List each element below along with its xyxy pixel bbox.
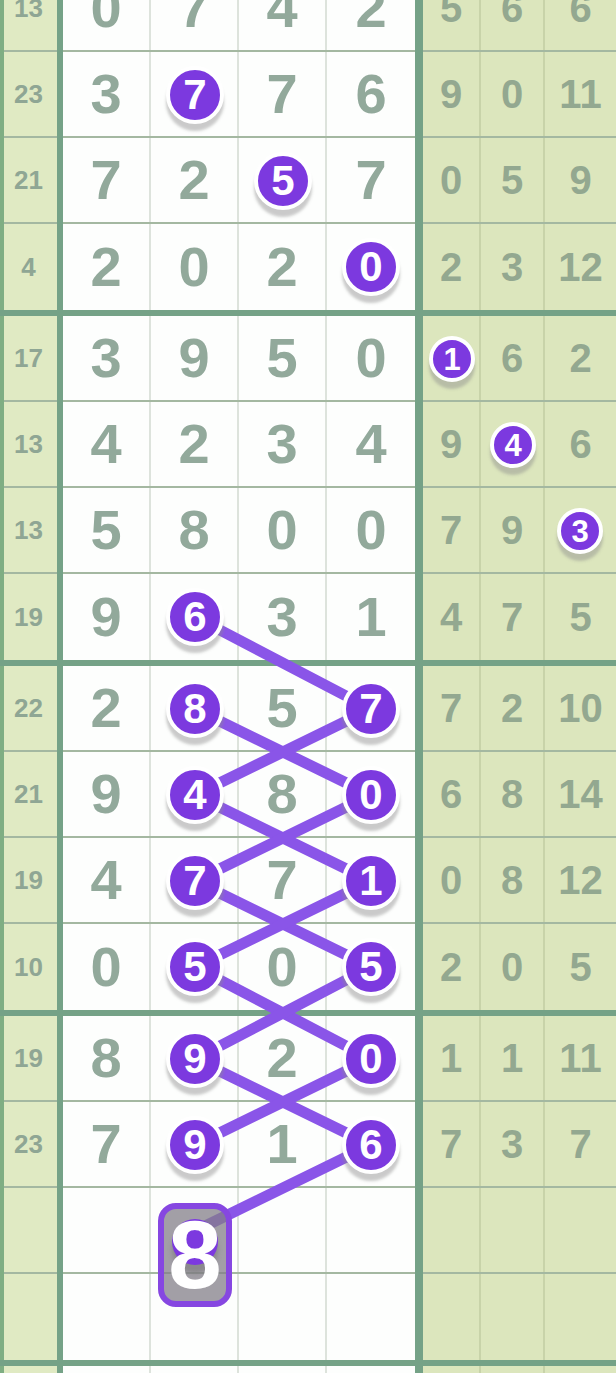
sum-cell-value: 19: [14, 867, 43, 893]
stat-cell: [423, 1366, 481, 1373]
stat-cell: 5: [545, 574, 616, 660]
digit-cell: 1: [239, 1102, 327, 1186]
trend-circle: 6: [342, 1116, 400, 1174]
stat-cell-value: 9: [501, 510, 523, 550]
digit-cell-value: 2: [90, 239, 121, 295]
stat-cell-value: 0: [440, 860, 462, 900]
digit-cell: 0: [239, 924, 327, 1010]
digit-cell: 4: [63, 838, 151, 922]
group-separator: [0, 1010, 616, 1016]
sum-cell: 13: [0, 488, 57, 572]
digit-cell: 7: [327, 138, 415, 222]
digit-cell: [239, 1188, 327, 1272]
digit-cell-value: 7: [90, 1116, 121, 1172]
stat-cell: 0: [423, 138, 481, 222]
draw-row: 2194806814: [0, 752, 616, 838]
grid-border-left: [0, 0, 4, 1373]
sum-cell: 22: [0, 666, 57, 750]
stat-cell-value: 0: [440, 160, 462, 200]
stat-cell: 10: [545, 666, 616, 750]
stat-cell-value: 1: [440, 1038, 462, 1078]
digit-cell-value: 8: [266, 766, 297, 822]
trend-circle-digit: 0: [359, 246, 382, 288]
stat-cell-value: 0: [501, 74, 523, 114]
digit-cell-value: 0: [90, 0, 121, 36]
grid-border-after-sum: [57, 0, 63, 1373]
digit-cell-value: 2: [178, 416, 209, 472]
digit-cell-value: 7: [178, 0, 209, 36]
stat-cell-value: 6: [569, 424, 591, 464]
digit-cell-value: 0: [355, 330, 386, 386]
digit-cell-value: 2: [266, 239, 297, 295]
digit-cell-value: 8: [90, 1030, 121, 1086]
digit-cell: 4: [63, 402, 151, 486]
digit-cell: 7: [239, 52, 327, 136]
digit-cell: 8: [63, 1016, 151, 1100]
digit-cell: 5: [239, 316, 327, 400]
trend-circle: 6: [166, 588, 224, 646]
trend-circle: 9: [166, 1030, 224, 1088]
stat-cell-value: 2: [501, 688, 523, 728]
grid-border-after-digits: [415, 0, 423, 1373]
digit-cell-value: 5: [266, 330, 297, 386]
stat-cell-value: 6: [501, 0, 523, 28]
digit-cell: 2: [151, 138, 239, 222]
digit-cell: 9: [151, 316, 239, 400]
stat-cell-value: 6: [501, 338, 523, 378]
digit-cell: 7: [63, 1102, 151, 1186]
stat-cell: 9: [423, 402, 481, 486]
trend-circle-digit: 9: [183, 1124, 206, 1166]
stat-cell-value: 14: [558, 774, 603, 814]
stat-cell-value: 5: [569, 597, 591, 637]
draw-row: [0, 1274, 616, 1360]
stat-cell: 6: [481, 0, 545, 50]
stat-cell-value: 7: [569, 1124, 591, 1164]
sum-cell: 10: [0, 924, 57, 1010]
trend-circle: 5: [342, 938, 400, 996]
stat-cell: 9: [545, 138, 616, 222]
digit-cell-value: 0: [355, 502, 386, 558]
stat-cell-value: 3: [501, 1124, 523, 1164]
group-separator: [0, 1360, 616, 1366]
digit-cell: 0: [327, 316, 415, 400]
draw-row: 420202312: [0, 224, 616, 310]
stat-cell: [545, 1366, 616, 1373]
digit-cell-value: 0: [266, 502, 297, 558]
trend-circle-digit: 6: [183, 596, 206, 638]
digit-cell: [63, 1366, 151, 1373]
stat-cell: 2: [423, 924, 481, 1010]
digit-cell: 8: [239, 752, 327, 836]
draw-row: 1947710812: [0, 838, 616, 924]
digit-cell: [63, 1274, 151, 1360]
trend-circle: 7: [166, 852, 224, 910]
trend-circle-digit: 4: [183, 774, 206, 816]
trend-circle-digit: 8: [183, 688, 206, 730]
stat-cell: [481, 1274, 545, 1360]
stat-cell-value: 3: [501, 247, 523, 287]
digit-cell: 0: [239, 488, 327, 572]
trend-circle-digit: 1: [359, 860, 382, 902]
trend-circle: 0: [342, 238, 400, 296]
stat-cell-value: 7: [440, 688, 462, 728]
draw-row: 2337769011: [0, 52, 616, 138]
digit-cell-value: 0: [90, 939, 121, 995]
stat-cell: 5: [545, 924, 616, 1010]
stat-cell: 2: [481, 666, 545, 750]
sum-cell: 23: [0, 52, 57, 136]
stat-cell: [545, 1274, 616, 1360]
digit-cell: 2: [63, 666, 151, 750]
stat-cell-value: 7: [440, 1124, 462, 1164]
digit-cell-value: 4: [355, 416, 386, 472]
digit-cell: 4: [327, 402, 415, 486]
stat-cell-value: 6: [440, 774, 462, 814]
digit-cell-value: 1: [266, 1116, 297, 1172]
stat-cell-value: 7: [440, 510, 462, 550]
trend-circle: 7: [342, 680, 400, 738]
stat-cell-value: 2: [569, 338, 591, 378]
trend-circle-digit: 4: [504, 430, 521, 461]
digit-cell: 2: [327, 0, 415, 50]
digit-cell: 7: [151, 0, 239, 50]
digit-cell: 0: [63, 924, 151, 1010]
digit-cell-value: 3: [266, 589, 297, 645]
sum-cell: 21: [0, 752, 57, 836]
stat-cell: 0: [481, 924, 545, 1010]
trend-circle-digit: 0: [359, 774, 382, 816]
sum-cell-value: 22: [14, 695, 43, 721]
trend-circle-digit: 0: [359, 1038, 382, 1080]
digit-cell: 3: [63, 52, 151, 136]
stat-cell: 0: [423, 838, 481, 922]
stat-cell-value: 7: [501, 597, 523, 637]
digit-cell: 6: [327, 52, 415, 136]
digit-cell: 0: [151, 224, 239, 310]
stat-cell: [481, 1188, 545, 1272]
trend-circle-digit: 1: [443, 344, 460, 375]
sum-cell: [0, 1274, 57, 1360]
stat-cell: 3: [481, 1102, 545, 1186]
digit-cell: [239, 1274, 327, 1360]
digit-cell-value: 5: [90, 502, 121, 558]
digit-cell: [327, 1366, 415, 1373]
trend-circle-digit: 7: [183, 74, 206, 116]
stat-cell: 2: [423, 224, 481, 310]
trend-circle: 1: [429, 336, 475, 382]
trend-circle: 1: [342, 852, 400, 910]
digit-cell: 8: [151, 488, 239, 572]
digit-cell: 3: [239, 402, 327, 486]
sum-cell-value: 23: [14, 81, 43, 107]
sum-cell: [0, 1366, 57, 1373]
trend-circle: 4: [490, 422, 536, 468]
digit-cell: [151, 1366, 239, 1373]
stat-cell: 0: [481, 52, 545, 136]
stat-cell: 12: [545, 224, 616, 310]
digit-cell-value: 8: [178, 502, 209, 558]
stat-cell: 9: [423, 52, 481, 136]
draw-row: [0, 1188, 616, 1274]
stat-cell-value: 5: [501, 160, 523, 200]
sum-cell: 17: [0, 316, 57, 400]
lottery-trend-chart: 1307425662337769011217257059420202312173…: [0, 0, 616, 1373]
sum-cell: 4: [0, 224, 57, 310]
digit-cell-value: 9: [178, 330, 209, 386]
digit-cell: 7: [63, 138, 151, 222]
sum-cell: 13: [0, 0, 57, 50]
stat-cell: 14: [545, 752, 616, 836]
stat-cell: 5: [423, 0, 481, 50]
trend-circle-digit: 3: [571, 516, 588, 547]
sum-cell-value: 19: [14, 604, 43, 630]
digit-cell: 7: [239, 838, 327, 922]
trend-circle: 5: [166, 938, 224, 996]
group-separator: [0, 310, 616, 316]
draw-row: [0, 1366, 616, 1373]
digit-cell-value: 0: [178, 239, 209, 295]
digit-cell: 9: [63, 574, 151, 660]
digit-cell-value: 1: [355, 589, 386, 645]
sum-cell-value: 23: [14, 1131, 43, 1157]
trend-circle-digit: 7: [359, 688, 382, 730]
digit-cell: 2: [63, 224, 151, 310]
trend-circle: 5: [254, 152, 312, 210]
stat-cell-value: 2: [440, 247, 462, 287]
stat-cell-value: 12: [558, 860, 603, 900]
stat-cell: 7: [423, 488, 481, 572]
digit-cell-value: 2: [178, 152, 209, 208]
sum-cell: 23: [0, 1102, 57, 1186]
stat-cell: 4: [423, 574, 481, 660]
sum-cell-value: 21: [14, 781, 43, 807]
stat-cell-value: 9: [440, 424, 462, 464]
draw-row: 1989201111: [0, 1016, 616, 1102]
trend-circle: 0: [342, 1030, 400, 1088]
stat-cell-value: 9: [440, 74, 462, 114]
stat-cell: 2: [545, 316, 616, 400]
digit-cell-value: 4: [266, 0, 297, 36]
stat-cell: [423, 1188, 481, 1272]
stat-cell-value: 9: [569, 160, 591, 200]
stat-cell: 9: [481, 488, 545, 572]
digit-cell: 5: [239, 666, 327, 750]
digit-cell-value: 4: [90, 416, 121, 472]
digit-cell: [327, 1274, 415, 1360]
stat-cell-value: 0: [501, 947, 523, 987]
digit-cell-value: 0: [266, 939, 297, 995]
prediction-box[interactable]: 8: [158, 1203, 232, 1307]
stat-cell-value: 1: [501, 1038, 523, 1078]
stat-cell: 6: [423, 752, 481, 836]
digit-cell-value: 3: [90, 330, 121, 386]
digit-cell-value: 5: [266, 680, 297, 736]
stat-cell: 6: [545, 0, 616, 50]
sum-cell-value: 13: [14, 517, 43, 543]
digit-cell: 1: [327, 574, 415, 660]
group-separator: [0, 660, 616, 666]
draw-row: 199631475: [0, 574, 616, 660]
digit-cell-value: 2: [355, 0, 386, 36]
stat-cell-value: 10: [558, 688, 603, 728]
draw-row: 130742566: [0, 0, 616, 52]
stat-cell: 6: [545, 402, 616, 486]
draw-row: 135800793: [0, 488, 616, 574]
digit-cell: 9: [63, 752, 151, 836]
sum-cell-value: 17: [14, 345, 43, 371]
trend-circle-digit: 5: [271, 160, 294, 202]
digit-cell: 2: [239, 1016, 327, 1100]
stat-cell: 7: [423, 666, 481, 750]
digit-cell: [327, 1188, 415, 1272]
stat-cell: 7: [545, 1102, 616, 1186]
draw-row: 237916737: [0, 1102, 616, 1188]
stat-cell: 6: [481, 316, 545, 400]
digit-cell: 3: [63, 316, 151, 400]
stat-cell-value: 8: [501, 860, 523, 900]
stat-cell: 11: [545, 52, 616, 136]
digit-cell-value: 7: [266, 852, 297, 908]
stat-cell: 7: [423, 1102, 481, 1186]
trend-circle: 0: [342, 766, 400, 824]
stat-cell: [481, 1366, 545, 1373]
stat-cell-value: 8: [501, 774, 523, 814]
stat-cell: 8: [481, 752, 545, 836]
sum-cell: [0, 1188, 57, 1272]
stat-cell: 1: [423, 1016, 481, 1100]
trend-circle-digit: 5: [183, 946, 206, 988]
stat-cell: 5: [481, 138, 545, 222]
sum-cell-value: 13: [14, 0, 43, 21]
sum-cell: 19: [0, 838, 57, 922]
sum-cell: 13: [0, 402, 57, 486]
trend-circle: 8: [166, 680, 224, 738]
sum-cell-value: 10: [14, 954, 43, 980]
stat-cell: 1: [481, 1016, 545, 1100]
digit-cell-value: 7: [266, 66, 297, 122]
trend-circle-digit: 5: [359, 946, 382, 988]
digit-cell: 3: [239, 574, 327, 660]
trend-circle-digit: 7: [183, 860, 206, 902]
digit-cell: 0: [327, 488, 415, 572]
draw-row: 100505205: [0, 924, 616, 1010]
stat-cell: 11: [545, 1016, 616, 1100]
digit-cell-value: 2: [266, 1030, 297, 1086]
stat-cell: [423, 1274, 481, 1360]
digit-cell-value: 4: [90, 852, 121, 908]
trend-circle: 9: [166, 1116, 224, 1174]
stat-cell: [545, 1188, 616, 1272]
digit-cell-value: 3: [90, 66, 121, 122]
digit-cell: 0: [63, 0, 151, 50]
sum-cell: 19: [0, 1016, 57, 1100]
digit-cell-value: 7: [355, 152, 386, 208]
digit-cell: [239, 1366, 327, 1373]
trend-circle: 3: [557, 508, 603, 554]
digit-cell: 4: [239, 0, 327, 50]
sum-cell-value: 21: [14, 167, 43, 193]
digit-cell-value: 7: [90, 152, 121, 208]
digit-cell: 5: [63, 488, 151, 572]
sum-cell-value: 19: [14, 1045, 43, 1071]
stat-cell: 7: [481, 574, 545, 660]
stat-cell-value: 11: [559, 74, 601, 114]
stat-cell-value: 5: [569, 947, 591, 987]
digit-cell-value: 2: [90, 680, 121, 736]
sum-cell-value: 4: [21, 254, 35, 280]
digit-cell: 2: [239, 224, 327, 310]
sum-cell-value: 13: [14, 431, 43, 457]
stat-cell-value: 11: [559, 1038, 601, 1078]
trend-circle-digit: 9: [183, 1038, 206, 1080]
stat-cell: 8: [481, 838, 545, 922]
stat-cell-value: 12: [558, 247, 603, 287]
draw-row: 173950162: [0, 316, 616, 402]
digit-cell-value: 3: [266, 416, 297, 472]
stat-cell-value: 5: [440, 0, 462, 28]
digit-cell-value: 9: [90, 766, 121, 822]
prediction-digit: 8: [168, 1207, 221, 1303]
sum-cell: 19: [0, 574, 57, 660]
stat-cell: 12: [545, 838, 616, 922]
stat-cell-value: 2: [440, 947, 462, 987]
trend-circle: 4: [166, 766, 224, 824]
trend-circle-digit: 6: [359, 1124, 382, 1166]
digit-cell-value: 9: [90, 589, 121, 645]
draw-row: 2228577210: [0, 666, 616, 752]
digit-cell-value: 6: [355, 66, 386, 122]
digit-cell: 2: [151, 402, 239, 486]
trend-circle: 7: [166, 66, 224, 124]
stat-cell-value: 4: [440, 597, 462, 637]
stat-cell: 3: [481, 224, 545, 310]
stat-cell-value: 6: [569, 0, 591, 28]
sum-cell: 21: [0, 138, 57, 222]
digit-cell: [63, 1188, 151, 1272]
